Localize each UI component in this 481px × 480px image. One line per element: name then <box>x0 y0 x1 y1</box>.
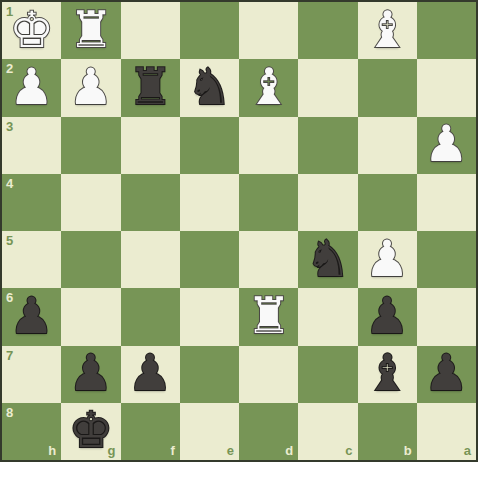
square-h3[interactable]: 3 <box>2 117 61 174</box>
white-pawn[interactable]: ♟ <box>68 62 113 112</box>
square-a8[interactable]: a <box>417 403 476 460</box>
square-g6[interactable] <box>61 288 120 345</box>
white-pawn[interactable]: ♟ <box>365 234 410 284</box>
square-h7[interactable]: 7 <box>2 346 61 403</box>
square-g3[interactable] <box>61 117 120 174</box>
square-d3[interactable] <box>239 117 298 174</box>
square-f6[interactable] <box>121 288 180 345</box>
black-bishop[interactable]: ♝ <box>365 348 410 398</box>
white-bishop[interactable]: ♝ <box>246 62 291 112</box>
square-c6[interactable] <box>298 288 357 345</box>
square-b8[interactable]: b <box>358 403 417 460</box>
square-f5[interactable] <box>121 231 180 288</box>
square-d1[interactable] <box>239 2 298 59</box>
file-label-h: h <box>48 444 56 457</box>
rank-label-4: 4 <box>6 177 13 190</box>
square-f3[interactable] <box>121 117 180 174</box>
square-c3[interactable] <box>298 117 357 174</box>
black-knight[interactable]: ♞ <box>305 234 350 284</box>
square-d2[interactable]: ♝ <box>239 59 298 116</box>
square-g4[interactable] <box>61 174 120 231</box>
black-pawn[interactable]: ♟ <box>68 348 113 398</box>
square-c1[interactable] <box>298 2 357 59</box>
square-d6[interactable]: ♜ <box>239 288 298 345</box>
rank-label-5: 5 <box>6 234 13 247</box>
square-e5[interactable] <box>180 231 239 288</box>
white-king[interactable]: ♚ <box>9 5 54 55</box>
white-bishop[interactable]: ♝ <box>365 5 410 55</box>
square-f7[interactable]: ♟ <box>121 346 180 403</box>
square-c2[interactable] <box>298 59 357 116</box>
square-b7[interactable]: ♝ <box>358 346 417 403</box>
square-b2[interactable] <box>358 59 417 116</box>
file-label-b: b <box>404 444 412 457</box>
square-c8[interactable]: c <box>298 403 357 460</box>
square-c7[interactable] <box>298 346 357 403</box>
square-a4[interactable] <box>417 174 476 231</box>
square-e3[interactable] <box>180 117 239 174</box>
square-b5[interactable]: ♟ <box>358 231 417 288</box>
black-king[interactable]: ♚ <box>68 405 113 455</box>
bottom-margin <box>0 462 481 480</box>
square-h6[interactable]: 6♟ <box>2 288 61 345</box>
file-label-e: e <box>227 444 234 457</box>
white-pawn[interactable]: ♟ <box>424 119 469 169</box>
square-a2[interactable] <box>417 59 476 116</box>
file-label-a: a <box>464 444 471 457</box>
file-label-f: f <box>170 444 174 457</box>
square-h2[interactable]: 2♟ <box>2 59 61 116</box>
square-f4[interactable] <box>121 174 180 231</box>
square-a6[interactable] <box>417 288 476 345</box>
square-b6[interactable]: ♟ <box>358 288 417 345</box>
white-rook[interactable]: ♜ <box>68 5 113 55</box>
rank-label-7: 7 <box>6 349 13 362</box>
square-d4[interactable] <box>239 174 298 231</box>
square-g5[interactable] <box>61 231 120 288</box>
board-grid: 1♚♜♝2♟♟♜♞♝3♟45♞♟6♟♜♟7♟♟♝♟8hg♚fedcba <box>2 2 476 460</box>
black-pawn[interactable]: ♟ <box>365 291 410 341</box>
square-a1[interactable] <box>417 2 476 59</box>
square-e8[interactable]: e <box>180 403 239 460</box>
square-a5[interactable] <box>417 231 476 288</box>
square-g7[interactable]: ♟ <box>61 346 120 403</box>
square-h4[interactable]: 4 <box>2 174 61 231</box>
chess-app: 1♚♜♝2♟♟♜♞♝3♟45♞♟6♟♜♟7♟♟♝♟8hg♚fedcba <box>0 0 481 480</box>
square-e7[interactable] <box>180 346 239 403</box>
rank-label-8: 8 <box>6 406 13 419</box>
black-rook[interactable]: ♜ <box>128 62 173 112</box>
square-h5[interactable]: 5 <box>2 231 61 288</box>
square-e6[interactable] <box>180 288 239 345</box>
square-e4[interactable] <box>180 174 239 231</box>
square-e2[interactable]: ♞ <box>180 59 239 116</box>
black-pawn[interactable]: ♟ <box>424 348 469 398</box>
square-c5[interactable]: ♞ <box>298 231 357 288</box>
square-h8[interactable]: 8h <box>2 403 61 460</box>
square-b1[interactable]: ♝ <box>358 2 417 59</box>
square-b4[interactable] <box>358 174 417 231</box>
square-g1[interactable]: ♜ <box>61 2 120 59</box>
square-f1[interactable] <box>121 2 180 59</box>
square-f8[interactable]: f <box>121 403 180 460</box>
square-g8[interactable]: g♚ <box>61 403 120 460</box>
black-knight[interactable]: ♞ <box>187 62 232 112</box>
file-label-c: c <box>345 444 352 457</box>
square-f2[interactable]: ♜ <box>121 59 180 116</box>
white-pawn[interactable]: ♟ <box>9 62 54 112</box>
square-a3[interactable]: ♟ <box>417 117 476 174</box>
chess-board: 1♚♜♝2♟♟♜♞♝3♟45♞♟6♟♜♟7♟♟♝♟8hg♚fedcba <box>0 0 478 462</box>
square-g2[interactable]: ♟ <box>61 59 120 116</box>
file-label-d: d <box>285 444 293 457</box>
black-pawn[interactable]: ♟ <box>128 348 173 398</box>
square-b3[interactable] <box>358 117 417 174</box>
square-d7[interactable] <box>239 346 298 403</box>
square-c4[interactable] <box>298 174 357 231</box>
rank-label-3: 3 <box>6 120 13 133</box>
square-d8[interactable]: d <box>239 403 298 460</box>
square-h1[interactable]: 1♚ <box>2 2 61 59</box>
square-d5[interactable] <box>239 231 298 288</box>
square-e1[interactable] <box>180 2 239 59</box>
black-pawn[interactable]: ♟ <box>9 291 54 341</box>
square-a7[interactable]: ♟ <box>417 346 476 403</box>
white-rook[interactable]: ♜ <box>246 291 291 341</box>
